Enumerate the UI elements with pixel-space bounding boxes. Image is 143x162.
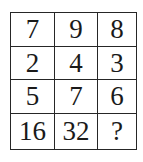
cell-r2c2: 6 — [98, 80, 136, 114]
cell-r1c0: 2 — [11, 47, 55, 80]
cell-r0c0: 7 — [11, 13, 55, 47]
cell-r0c2: 8 — [98, 13, 136, 47]
cell-r2c1: 7 — [55, 80, 98, 114]
puzzle-board: 7 9 8 2 4 3 5 7 6 16 32 ? — [10, 12, 137, 150]
cell-r0c1: 9 — [55, 13, 98, 47]
cell-r3c2: ? — [98, 114, 136, 149]
cell-r3c0: 16 — [11, 114, 55, 149]
cell-r3c1: 32 — [55, 114, 98, 149]
cell-r1c1: 4 — [55, 47, 98, 80]
cell-r1c2: 3 — [98, 47, 136, 80]
cell-r2c0: 5 — [11, 80, 55, 114]
